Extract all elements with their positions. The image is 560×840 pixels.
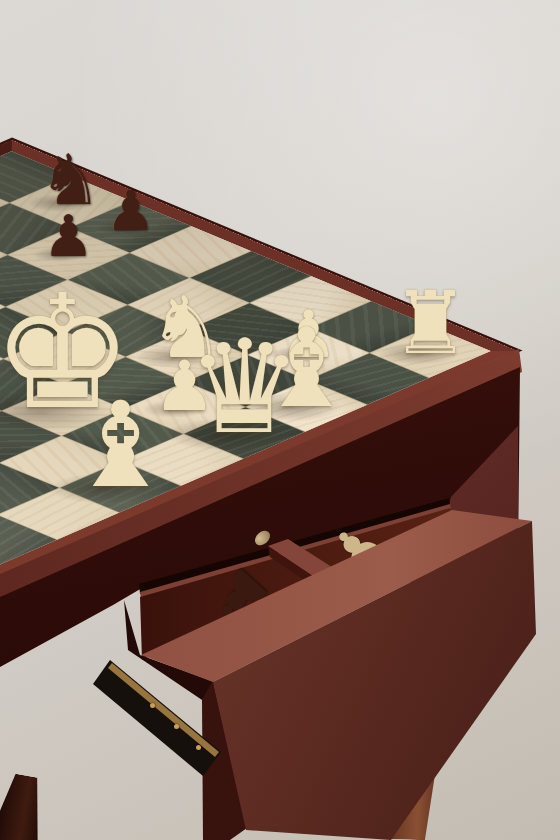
slide-rail-screw: [174, 724, 179, 729]
slide-rail-screw: [150, 703, 155, 708]
light-queen-h4: ♛: [186, 336, 302, 440]
dark-pawn-c1: ♟: [106, 189, 156, 233]
light-rook-h1: ♜: [391, 289, 469, 359]
light-bishop-h6: ♝: [67, 398, 173, 493]
slide-rail-screw: [196, 745, 201, 750]
dark-pawn-c2: ♟: [43, 214, 94, 260]
chess-table-photo: ♟♟ ♞♟♟♜♟♞♝♟♚♛♝: [0, 0, 560, 840]
table-leg-left: [0, 771, 52, 840]
dark-knight-b1: ♞: [39, 152, 101, 208]
